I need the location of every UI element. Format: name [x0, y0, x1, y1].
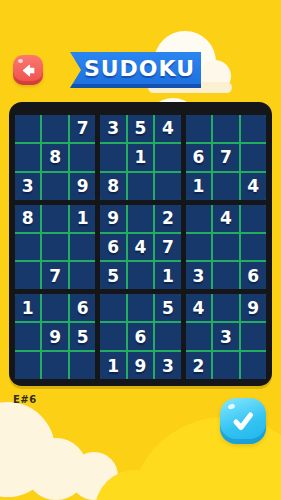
cell-r8c3[interactable]: 5 — [70, 323, 95, 350]
board-grid: 783935418671481792647514361695561934932 — [15, 115, 266, 379]
cell-r9c4[interactable]: 1 — [100, 352, 125, 379]
puzzle-id-label: E#6 — [13, 394, 37, 405]
cell-r5c2[interactable] — [42, 234, 67, 261]
left-arrow-icon — [20, 62, 37, 79]
cell-r1c9[interactable] — [241, 115, 266, 142]
cell-r7c4[interactable] — [100, 294, 125, 321]
cell-r4c4[interactable]: 9 — [100, 205, 125, 232]
cell-r4c8[interactable]: 4 — [213, 205, 238, 232]
cell-r3c9[interactable]: 4 — [241, 173, 266, 200]
cell-r8c7[interactable] — [186, 323, 211, 350]
block-9: 4932 — [186, 294, 266, 379]
cell-r1c8[interactable] — [213, 115, 238, 142]
block-5: 9264751 — [100, 205, 180, 290]
checkmark-icon — [230, 408, 256, 434]
cell-r8c5[interactable]: 6 — [128, 323, 153, 350]
cell-r7c2[interactable] — [42, 294, 67, 321]
cell-r9c6[interactable]: 3 — [155, 352, 180, 379]
cell-r4c9[interactable] — [241, 205, 266, 232]
cell-r2c4[interactable] — [100, 144, 125, 171]
cell-r1c7[interactable] — [186, 115, 211, 142]
cell-r7c6[interactable]: 5 — [155, 294, 180, 321]
cell-r1c3[interactable]: 7 — [70, 115, 95, 142]
cell-r6c2[interactable]: 7 — [42, 262, 67, 289]
cell-r1c1[interactable] — [15, 115, 40, 142]
cell-r4c5[interactable] — [128, 205, 153, 232]
cell-r3c2[interactable] — [42, 173, 67, 200]
cell-r3c6[interactable] — [155, 173, 180, 200]
cell-r9c2[interactable] — [42, 352, 67, 379]
cell-r8c2[interactable]: 9 — [42, 323, 67, 350]
cell-r7c5[interactable] — [128, 294, 153, 321]
cell-r3c7[interactable]: 1 — [186, 173, 211, 200]
cell-r5c6[interactable]: 7 — [155, 234, 180, 261]
cell-r6c4[interactable]: 5 — [100, 262, 125, 289]
cell-r3c4[interactable]: 8 — [100, 173, 125, 200]
cell-r2c6[interactable] — [155, 144, 180, 171]
cell-r7c7[interactable]: 4 — [186, 294, 211, 321]
cell-r3c5[interactable] — [128, 173, 153, 200]
cell-r7c3[interactable]: 6 — [70, 294, 95, 321]
cell-r4c7[interactable] — [186, 205, 211, 232]
cell-r6c9[interactable]: 6 — [241, 262, 266, 289]
cell-r5c9[interactable] — [241, 234, 266, 261]
sudoku-board: 783935418671481792647514361695561934932 — [9, 102, 272, 386]
cell-r2c1[interactable] — [15, 144, 40, 171]
cell-r8c4[interactable] — [100, 323, 125, 350]
cell-r9c8[interactable] — [213, 352, 238, 379]
block-4: 817 — [15, 205, 95, 290]
block-1: 7839 — [15, 115, 95, 200]
cell-r8c9[interactable] — [241, 323, 266, 350]
cell-r6c8[interactable] — [213, 262, 238, 289]
cell-r3c3[interactable]: 9 — [70, 173, 95, 200]
cell-r2c5[interactable]: 1 — [128, 144, 153, 171]
cell-r5c8[interactable] — [213, 234, 238, 261]
cell-r7c1[interactable]: 1 — [15, 294, 40, 321]
cell-r8c6[interactable] — [155, 323, 180, 350]
block-3: 6714 — [186, 115, 266, 200]
confirm-button[interactable] — [220, 398, 266, 444]
page-title: SUDOKU — [76, 56, 195, 84]
cell-r4c3[interactable]: 1 — [70, 205, 95, 232]
cell-r6c3[interactable] — [70, 262, 95, 289]
block-2: 35418 — [100, 115, 180, 200]
cell-r9c3[interactable] — [70, 352, 95, 379]
cell-r4c2[interactable] — [42, 205, 67, 232]
cell-r2c8[interactable]: 7 — [213, 144, 238, 171]
cell-r3c1[interactable]: 3 — [15, 173, 40, 200]
block-8: 56193 — [100, 294, 180, 379]
cell-r4c6[interactable]: 2 — [155, 205, 180, 232]
cell-r6c5[interactable] — [128, 262, 153, 289]
block-6: 436 — [186, 205, 266, 290]
cell-r1c5[interactable]: 5 — [128, 115, 153, 142]
cell-r7c9[interactable]: 9 — [241, 294, 266, 321]
cell-r6c7[interactable]: 3 — [186, 262, 211, 289]
title-banner: SUDOKU — [70, 52, 201, 88]
cell-r6c1[interactable] — [15, 262, 40, 289]
cell-r8c1[interactable] — [15, 323, 40, 350]
cell-r5c5[interactable]: 4 — [128, 234, 153, 261]
cell-r2c7[interactable]: 6 — [186, 144, 211, 171]
cell-r2c9[interactable] — [241, 144, 266, 171]
cell-r1c4[interactable]: 3 — [100, 115, 125, 142]
sudoku-game-screen: SUDOKU 783935418671481792647514361695561… — [0, 0, 281, 500]
cell-r5c1[interactable] — [15, 234, 40, 261]
cell-r5c7[interactable] — [186, 234, 211, 261]
cell-r2c3[interactable] — [70, 144, 95, 171]
cell-r9c5[interactable]: 9 — [128, 352, 153, 379]
cell-r1c2[interactable] — [42, 115, 67, 142]
cell-r7c8[interactable] — [213, 294, 238, 321]
block-7: 1695 — [15, 294, 95, 379]
cell-r3c8[interactable] — [213, 173, 238, 200]
cell-r1c6[interactable]: 4 — [155, 115, 180, 142]
cell-r5c4[interactable]: 6 — [100, 234, 125, 261]
cell-r9c7[interactable]: 2 — [186, 352, 211, 379]
cell-r8c8[interactable]: 3 — [213, 323, 238, 350]
cell-r9c1[interactable] — [15, 352, 40, 379]
cell-r9c9[interactable] — [241, 352, 266, 379]
cell-r2c2[interactable]: 8 — [42, 144, 67, 171]
back-button[interactable] — [13, 55, 43, 85]
cell-r4c1[interactable]: 8 — [15, 205, 40, 232]
cell-r6c6[interactable]: 1 — [155, 262, 180, 289]
cell-r5c3[interactable] — [70, 234, 95, 261]
